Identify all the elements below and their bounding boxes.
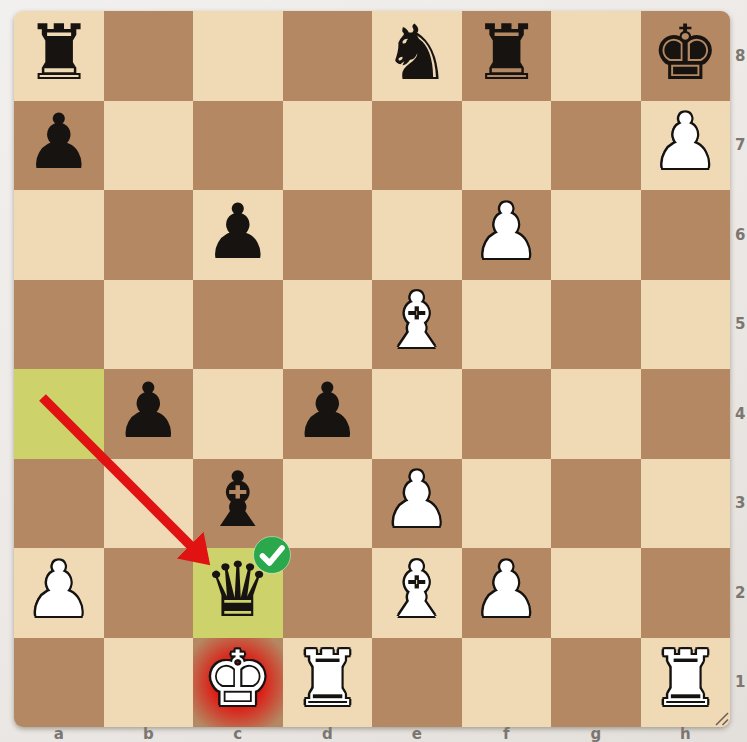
square-f3[interactable]: [462, 459, 552, 549]
file-label-f: f: [462, 726, 552, 742]
square-a1[interactable]: [14, 638, 104, 728]
piece-white-rook-h1[interactable]: ♜: [651, 641, 719, 717]
square-b7[interactable]: [104, 101, 194, 191]
square-c7[interactable]: [193, 101, 283, 191]
square-a5[interactable]: [14, 280, 104, 370]
square-a2[interactable]: ♟: [14, 548, 104, 638]
square-e1[interactable]: [372, 638, 462, 728]
file-label-e: e: [372, 726, 462, 742]
rank-label-6: 6: [731, 190, 747, 280]
rank-label-7: 7: [731, 101, 747, 191]
square-b5[interactable]: [104, 280, 194, 370]
square-d8[interactable]: [283, 11, 373, 101]
square-h6[interactable]: [641, 190, 731, 280]
square-g3[interactable]: [551, 459, 641, 549]
square-b8[interactable]: [104, 11, 194, 101]
square-b4[interactable]: ♟: [104, 369, 194, 459]
square-h8[interactable]: ♚: [641, 11, 731, 101]
square-f8[interactable]: ♜: [462, 11, 552, 101]
piece-white-rook-d1[interactable]: ♜: [293, 641, 361, 717]
square-a7[interactable]: ♟: [14, 101, 104, 191]
square-e3[interactable]: ♟: [372, 459, 462, 549]
piece-black-king-h8[interactable]: ♚: [651, 15, 719, 91]
square-h4[interactable]: [641, 369, 731, 459]
piece-white-pawn-e3[interactable]: ♟: [383, 462, 451, 538]
square-a8[interactable]: ♜: [14, 11, 104, 101]
square-g1[interactable]: [551, 638, 641, 728]
square-c1[interactable]: ♚: [193, 638, 283, 728]
square-h2[interactable]: [641, 548, 731, 638]
piece-black-queen-c2[interactable]: ♛: [204, 552, 272, 628]
square-f7[interactable]: [462, 101, 552, 191]
board-resize-handle[interactable]: [713, 710, 729, 726]
square-c6[interactable]: ♟: [193, 190, 283, 280]
file-label-c: c: [193, 726, 283, 742]
square-d2[interactable]: [283, 548, 373, 638]
piece-black-pawn-c6[interactable]: ♟: [204, 194, 272, 270]
square-f1[interactable]: [462, 638, 552, 728]
square-b1[interactable]: [104, 638, 194, 728]
square-e7[interactable]: [372, 101, 462, 191]
piece-black-rook-a8[interactable]: ♜: [25, 15, 93, 91]
piece-black-pawn-d4[interactable]: ♟: [293, 373, 361, 449]
square-c3[interactable]: ♝: [193, 459, 283, 549]
file-labels: abcdefgh: [14, 726, 730, 742]
square-b6[interactable]: [104, 190, 194, 280]
square-f5[interactable]: [462, 280, 552, 370]
square-a6[interactable]: [14, 190, 104, 280]
square-f2[interactable]: ♟: [462, 548, 552, 638]
square-h5[interactable]: [641, 280, 731, 370]
piece-black-bishop-c3[interactable]: ♝: [204, 462, 272, 538]
square-g8[interactable]: [551, 11, 641, 101]
piece-white-bishop-e2[interactable]: ♝: [383, 552, 451, 628]
rank-label-2: 2: [731, 548, 747, 638]
file-label-g: g: [551, 726, 641, 742]
square-d1[interactable]: ♜: [283, 638, 373, 728]
file-label-b: b: [104, 726, 194, 742]
square-d5[interactable]: [283, 280, 373, 370]
square-h7[interactable]: ♟: [641, 101, 731, 191]
square-d4[interactable]: ♟: [283, 369, 373, 459]
square-e8[interactable]: ♞: [372, 11, 462, 101]
piece-black-pawn-a7[interactable]: ♟: [25, 104, 93, 180]
square-e4[interactable]: [372, 369, 462, 459]
rank-label-8: 8: [731, 11, 747, 101]
square-g6[interactable]: [551, 190, 641, 280]
piece-white-pawn-f2[interactable]: ♟: [472, 552, 540, 628]
piece-white-pawn-h7[interactable]: ♟: [651, 104, 719, 180]
piece-black-pawn-b4[interactable]: ♟: [114, 373, 182, 449]
piece-white-pawn-f6[interactable]: ♟: [472, 194, 540, 270]
file-label-a: a: [14, 726, 104, 742]
piece-white-bishop-e5[interactable]: ♝: [383, 283, 451, 359]
square-b3[interactable]: [104, 459, 194, 549]
piece-white-king-c1[interactable]: ♚: [204, 641, 272, 717]
page-background: ♜♞♜♚♟♟♟♟♝♟♟♝♟♟♛♝♟♚♜♜ abcdefgh 87654321: [0, 0, 747, 742]
square-h3[interactable]: [641, 459, 731, 549]
square-g7[interactable]: [551, 101, 641, 191]
resize-grip-icon: [713, 710, 729, 726]
square-c4[interactable]: [193, 369, 283, 459]
piece-black-knight-e8[interactable]: ♞: [383, 15, 451, 91]
square-d6[interactable]: [283, 190, 373, 280]
piece-white-pawn-a2[interactable]: ♟: [25, 552, 93, 628]
square-e6[interactable]: [372, 190, 462, 280]
square-a4[interactable]: [14, 369, 104, 459]
file-label-d: d: [283, 726, 373, 742]
square-g4[interactable]: [551, 369, 641, 459]
rank-label-5: 5: [731, 280, 747, 370]
square-g5[interactable]: [551, 280, 641, 370]
square-c5[interactable]: [193, 280, 283, 370]
square-c8[interactable]: [193, 11, 283, 101]
rank-label-3: 3: [731, 459, 747, 549]
square-e2[interactable]: ♝: [372, 548, 462, 638]
square-c2[interactable]: ♛: [193, 548, 283, 638]
square-g2[interactable]: [551, 548, 641, 638]
file-label-h: h: [641, 726, 731, 742]
board-grid: ♜♞♜♚♟♟♟♟♝♟♟♝♟♟♛♝♟♚♜♜: [14, 11, 730, 727]
chess-board[interactable]: ♜♞♜♚♟♟♟♟♝♟♟♝♟♟♛♝♟♚♜♜: [14, 11, 730, 727]
square-d3[interactable]: [283, 459, 373, 549]
rank-label-4: 4: [731, 369, 747, 459]
piece-black-rook-f8[interactable]: ♜: [472, 15, 540, 91]
square-d7[interactable]: [283, 101, 373, 191]
square-b2[interactable]: [104, 548, 194, 638]
square-e5[interactable]: ♝: [372, 280, 462, 370]
rank-labels: 87654321: [731, 11, 747, 727]
square-f6[interactable]: ♟: [462, 190, 552, 280]
rank-label-1: 1: [731, 638, 747, 728]
square-f4[interactable]: [462, 369, 552, 459]
square-a3[interactable]: [14, 459, 104, 549]
